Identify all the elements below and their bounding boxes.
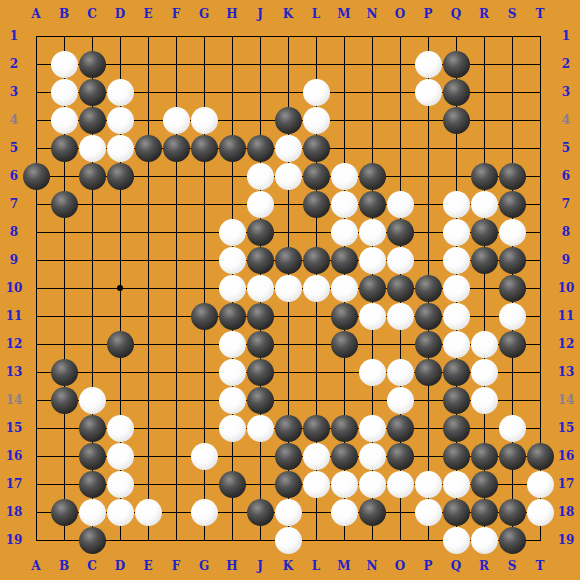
board-point[interactable] [218,470,246,498]
board-point[interactable] [330,526,358,554]
board-point[interactable] [442,190,470,218]
board-point[interactable] [50,526,78,554]
board-point[interactable] [302,330,330,358]
board-point[interactable] [442,442,470,470]
board-point[interactable] [22,274,50,302]
board-point[interactable] [246,78,274,106]
board-point[interactable] [190,498,218,526]
board-point[interactable] [22,134,50,162]
board-point[interactable] [498,386,526,414]
board-point[interactable] [330,386,358,414]
board-point[interactable] [330,50,358,78]
board-point[interactable] [274,218,302,246]
board-point[interactable] [218,162,246,190]
board-point[interactable] [162,498,190,526]
board-point[interactable] [246,22,274,50]
board-point[interactable] [442,274,470,302]
board-point[interactable] [302,246,330,274]
board-point[interactable] [246,386,274,414]
board-point[interactable] [78,162,106,190]
board-point[interactable] [78,526,106,554]
board-point[interactable] [274,358,302,386]
board-point[interactable] [302,134,330,162]
board-point[interactable] [50,330,78,358]
board-point[interactable] [330,470,358,498]
board-point[interactable] [190,302,218,330]
board-point[interactable] [246,190,274,218]
board-point[interactable] [470,22,498,50]
board-point[interactable] [386,190,414,218]
board-point[interactable] [218,414,246,442]
board-point[interactable] [134,218,162,246]
board-point[interactable] [358,190,386,218]
board-point[interactable] [358,106,386,134]
board-point[interactable] [498,50,526,78]
board-point[interactable] [498,414,526,442]
board-point[interactable] [134,358,162,386]
board-point[interactable] [358,218,386,246]
board-point[interactable] [50,442,78,470]
board-point[interactable] [190,134,218,162]
board-point[interactable] [442,414,470,442]
board-point[interactable] [246,50,274,78]
board-point[interactable] [78,50,106,78]
board-point[interactable] [162,22,190,50]
board-point[interactable] [330,134,358,162]
board-point[interactable] [22,386,50,414]
board-point[interactable] [302,442,330,470]
board-point[interactable] [526,274,554,302]
board-point[interactable] [470,386,498,414]
board-point[interactable] [106,78,134,106]
board-point[interactable] [526,470,554,498]
board-point[interactable] [274,386,302,414]
board-point[interactable] [50,50,78,78]
board-point[interactable] [22,526,50,554]
board-point[interactable] [358,22,386,50]
board-point[interactable] [358,78,386,106]
board-point[interactable] [134,246,162,274]
board-point[interactable] [526,246,554,274]
board-point[interactable] [22,22,50,50]
board-point[interactable] [50,106,78,134]
board-point[interactable] [414,78,442,106]
board-point[interactable] [78,78,106,106]
board-point[interactable] [330,22,358,50]
board-point[interactable] [526,526,554,554]
board-point[interactable] [470,246,498,274]
board-point[interactable] [190,274,218,302]
board-point[interactable] [246,246,274,274]
board-point[interactable] [218,106,246,134]
board-point[interactable] [358,442,386,470]
board-point[interactable] [106,414,134,442]
board-point[interactable] [78,498,106,526]
board-point[interactable] [470,498,498,526]
board-point[interactable] [162,218,190,246]
board-point[interactable] [218,442,246,470]
board-point[interactable] [442,330,470,358]
board-point[interactable] [302,274,330,302]
board-point[interactable] [162,78,190,106]
board-point[interactable] [218,358,246,386]
board-point[interactable] [442,246,470,274]
board-point[interactable] [498,162,526,190]
board-point[interactable] [498,358,526,386]
board-point[interactable] [106,218,134,246]
board-point[interactable] [274,162,302,190]
board-point[interactable] [134,330,162,358]
board-point[interactable] [246,302,274,330]
board-point[interactable] [22,302,50,330]
board-point[interactable] [162,442,190,470]
board-point[interactable] [134,386,162,414]
board-point[interactable] [526,50,554,78]
board-point[interactable] [106,162,134,190]
board-point[interactable] [22,246,50,274]
board-point[interactable] [526,498,554,526]
board-point[interactable] [358,414,386,442]
board-point[interactable] [190,78,218,106]
board-point[interactable] [442,498,470,526]
board-point[interactable] [50,190,78,218]
board-point[interactable] [302,498,330,526]
board-point[interactable] [134,414,162,442]
board-point[interactable] [386,442,414,470]
board-point[interactable] [302,22,330,50]
board-point[interactable] [78,22,106,50]
board-point[interactable] [526,414,554,442]
board-point[interactable] [22,442,50,470]
board-point[interactable] [442,470,470,498]
board-point[interactable] [358,134,386,162]
board-point[interactable] [526,358,554,386]
board-point[interactable] [414,162,442,190]
board-point[interactable] [470,358,498,386]
board-point[interactable] [190,50,218,78]
board-point[interactable] [498,78,526,106]
board-point[interactable] [414,498,442,526]
board-point[interactable] [302,218,330,246]
board-point[interactable] [498,106,526,134]
board-point[interactable] [386,358,414,386]
board-point[interactable] [134,302,162,330]
board-point[interactable] [218,190,246,218]
board-point[interactable] [162,50,190,78]
board-point[interactable] [498,22,526,50]
board-point[interactable] [78,442,106,470]
board-point[interactable] [246,106,274,134]
board-point[interactable] [414,274,442,302]
board-point[interactable] [274,106,302,134]
board-point[interactable] [162,414,190,442]
board-point[interactable] [386,246,414,274]
board-point[interactable] [330,358,358,386]
board-point[interactable] [162,330,190,358]
board-point[interactable] [330,414,358,442]
board-point[interactable] [78,386,106,414]
board-point[interactable] [162,526,190,554]
board-point[interactable] [218,134,246,162]
board-point[interactable] [106,246,134,274]
board-point[interactable] [442,358,470,386]
board-point[interactable] [106,358,134,386]
board-point[interactable] [246,442,274,470]
board-point[interactable] [274,134,302,162]
board-point[interactable] [134,22,162,50]
board-point[interactable] [22,470,50,498]
board-point[interactable] [442,106,470,134]
board-point[interactable] [106,498,134,526]
board-point[interactable] [470,190,498,218]
board-point[interactable] [302,50,330,78]
board-point[interactable] [274,470,302,498]
board-point[interactable] [190,470,218,498]
board-point[interactable] [274,22,302,50]
board-point[interactable] [414,526,442,554]
board-point[interactable] [50,414,78,442]
board-point[interactable] [22,358,50,386]
board-point[interactable] [162,386,190,414]
board-point[interactable] [330,442,358,470]
board-point[interactable] [470,302,498,330]
board-point[interactable] [330,302,358,330]
board-point[interactable] [162,470,190,498]
board-point[interactable] [302,358,330,386]
board-point[interactable] [190,162,218,190]
board-point[interactable] [470,470,498,498]
board-point[interactable] [218,246,246,274]
board-point[interactable] [78,330,106,358]
board-point[interactable] [246,470,274,498]
board-point[interactable] [302,470,330,498]
board-point[interactable] [330,246,358,274]
board-point[interactable] [274,50,302,78]
board-point[interactable] [134,442,162,470]
board-point[interactable] [498,526,526,554]
board-point[interactable] [414,134,442,162]
board-point[interactable] [330,218,358,246]
board-point[interactable] [274,414,302,442]
board-point[interactable] [134,162,162,190]
board-point[interactable] [274,190,302,218]
board-point[interactable] [134,78,162,106]
board-point[interactable] [442,78,470,106]
board-point[interactable] [190,22,218,50]
board-point[interactable] [246,274,274,302]
board-point[interactable] [498,190,526,218]
board-point[interactable] [106,274,134,302]
board-point[interactable] [274,274,302,302]
board-point[interactable] [470,218,498,246]
board-point[interactable] [386,414,414,442]
board-point[interactable] [162,134,190,162]
board-point[interactable] [302,414,330,442]
board-point[interactable] [470,526,498,554]
board-point[interactable] [50,498,78,526]
board-point[interactable] [414,246,442,274]
board-point[interactable] [358,50,386,78]
board-point[interactable] [386,526,414,554]
board-point[interactable] [246,414,274,442]
board-point[interactable] [190,358,218,386]
board-point[interactable] [526,134,554,162]
board-point[interactable] [218,78,246,106]
board-point[interactable] [134,134,162,162]
board-point[interactable] [442,218,470,246]
board-point[interactable] [162,162,190,190]
board-point[interactable] [78,358,106,386]
board-point[interactable] [22,106,50,134]
board-point[interactable] [526,22,554,50]
board-point[interactable] [470,442,498,470]
board-point[interactable] [386,78,414,106]
board-point[interactable] [386,302,414,330]
board-point[interactable] [470,50,498,78]
board-point[interactable] [498,498,526,526]
board-point[interactable] [190,386,218,414]
board-point[interactable] [78,414,106,442]
board-point[interactable] [302,162,330,190]
board-point[interactable] [386,330,414,358]
board-point[interactable] [498,330,526,358]
board-point[interactable] [526,302,554,330]
board-point[interactable] [106,442,134,470]
board-point[interactable] [274,78,302,106]
board-point[interactable] [526,218,554,246]
board-point[interactable] [22,330,50,358]
board-point[interactable] [190,526,218,554]
board-point[interactable] [22,498,50,526]
board-point[interactable] [442,526,470,554]
board-point[interactable] [498,246,526,274]
board-point[interactable] [50,78,78,106]
board-point[interactable] [274,302,302,330]
board-point[interactable] [190,190,218,218]
board-point[interactable] [246,162,274,190]
board-point[interactable] [78,134,106,162]
board-point[interactable] [386,162,414,190]
board-point[interactable] [498,218,526,246]
board-point[interactable] [442,134,470,162]
board-point[interactable] [470,274,498,302]
board-point[interactable] [106,386,134,414]
board-point[interactable] [134,498,162,526]
board-point[interactable] [386,274,414,302]
board-point[interactable] [442,22,470,50]
board-point[interactable] [302,106,330,134]
board-point[interactable] [358,526,386,554]
board-point[interactable] [274,330,302,358]
board-point[interactable] [414,218,442,246]
board-point[interactable] [498,470,526,498]
board-point[interactable] [218,386,246,414]
board-point[interactable] [106,190,134,218]
board-point[interactable] [274,442,302,470]
board-point[interactable] [330,190,358,218]
board-point[interactable] [190,106,218,134]
board-point[interactable] [78,470,106,498]
board-point[interactable] [330,106,358,134]
board-point[interactable] [526,78,554,106]
board-point[interactable] [134,470,162,498]
board-point[interactable] [22,162,50,190]
board-point[interactable] [470,414,498,442]
board-point[interactable] [526,190,554,218]
board-point[interactable] [414,470,442,498]
board-point[interactable] [414,358,442,386]
board-point[interactable] [358,246,386,274]
board-point[interactable] [218,498,246,526]
board-point[interactable] [442,162,470,190]
board-point[interactable] [50,386,78,414]
board-point[interactable] [22,50,50,78]
board-point[interactable] [218,22,246,50]
board-point[interactable] [386,386,414,414]
board-point[interactable] [162,190,190,218]
board-point[interactable] [302,78,330,106]
board-point[interactable] [218,274,246,302]
board-point[interactable] [330,498,358,526]
board-point[interactable] [218,330,246,358]
board-point[interactable] [190,218,218,246]
board-point[interactable] [162,106,190,134]
board-point[interactable] [442,50,470,78]
board-point[interactable] [274,498,302,526]
board-point[interactable] [106,302,134,330]
board-point[interactable] [78,246,106,274]
board-point[interactable] [442,386,470,414]
board-point[interactable] [50,22,78,50]
board-point[interactable] [106,330,134,358]
board-point[interactable] [358,330,386,358]
board-point[interactable] [218,50,246,78]
board-point[interactable] [50,162,78,190]
board-point[interactable] [78,190,106,218]
board-point[interactable] [246,218,274,246]
board-point[interactable] [106,134,134,162]
board-point[interactable] [190,246,218,274]
board-point[interactable] [246,498,274,526]
board-point[interactable] [330,162,358,190]
board-point[interactable] [218,526,246,554]
board-point[interactable] [526,442,554,470]
board-point[interactable] [134,106,162,134]
board-point[interactable] [78,302,106,330]
board-point[interactable] [358,162,386,190]
board-point[interactable] [50,358,78,386]
board-point[interactable] [414,386,442,414]
board-point[interactable] [106,50,134,78]
board-point[interactable] [386,498,414,526]
board-point[interactable] [162,302,190,330]
board-point[interactable] [302,190,330,218]
board-point[interactable] [162,246,190,274]
board-point[interactable] [330,330,358,358]
board-point[interactable] [50,218,78,246]
board-point[interactable] [330,78,358,106]
board-point[interactable] [386,106,414,134]
board-point[interactable] [414,302,442,330]
board-point[interactable] [134,190,162,218]
board-point[interactable] [134,274,162,302]
board-point[interactable] [50,302,78,330]
board-point[interactable] [414,106,442,134]
board-point[interactable] [358,274,386,302]
board-point[interactable] [246,358,274,386]
board-point[interactable] [526,386,554,414]
board-point[interactable] [358,498,386,526]
